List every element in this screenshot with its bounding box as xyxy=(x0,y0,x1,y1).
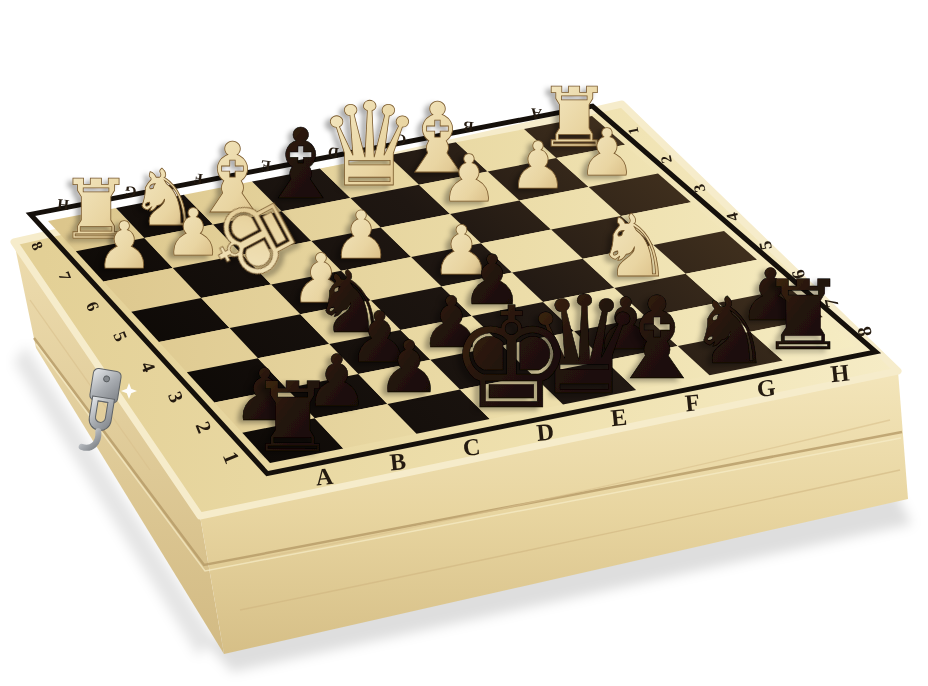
chess-box-photo: ABCDEFGHHGFEDCBA1234567887654321 ♜♝♟♛♟♝♟… xyxy=(0,0,928,686)
white-pawn-a7[interactable]: ♟ xyxy=(95,208,153,283)
file-label-front-b: B xyxy=(389,448,408,476)
black-king-d1[interactable]: ♚ xyxy=(449,277,575,440)
white-pawn-b7[interactable]: ♟ xyxy=(164,195,222,270)
white-pawn-h7[interactable]: ♟ xyxy=(578,115,636,190)
white-pawn-f7[interactable]: ♟ xyxy=(440,141,498,216)
black-rook-a1[interactable]: ♜ xyxy=(250,362,336,474)
black-rook-h1[interactable]: ♜ xyxy=(760,260,846,372)
black-pawn-c2[interactable]: ♟ xyxy=(377,325,442,409)
chess-board: ABCDEFGHHGFEDCBA1234567887654321 ♜♝♟♛♟♝♟… xyxy=(0,0,928,686)
white-pawn-g7[interactable]: ♟ xyxy=(509,128,567,203)
